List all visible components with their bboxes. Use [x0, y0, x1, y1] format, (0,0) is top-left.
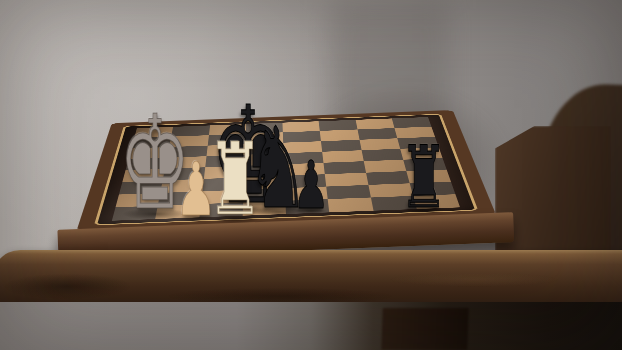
square-g1 [370, 196, 416, 211]
square-c1 [199, 202, 243, 217]
chessboard-scene [44, 20, 522, 254]
board-brass-inlay [94, 114, 478, 226]
square-h1 [413, 194, 460, 209]
chess-photo-scene: ♚♟♜♚♞♟♜ [0, 0, 622, 350]
area-below-table [0, 302, 622, 350]
square-d1 [242, 201, 286, 216]
square-b1 [155, 204, 200, 219]
square-f1 [328, 197, 373, 212]
board-top-surface [76, 110, 496, 231]
square-a1 [112, 206, 158, 221]
table-leg [381, 308, 468, 350]
square-e1 [285, 199, 329, 214]
board-grid [112, 117, 460, 221]
